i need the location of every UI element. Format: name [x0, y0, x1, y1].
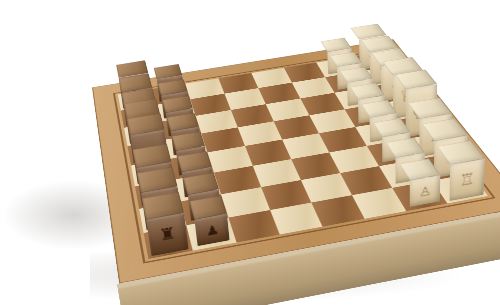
photo-scene: ♜♟♙♖♞♟♙♘♝♟♙♗♛♟♙♕♚♟♙♔♝♟♙♗♞♟♙♘♜♟♙♖ [0, 0, 500, 305]
white-rook-glyph: ♖ [459, 171, 475, 189]
black-rook-glyph: ♜ [158, 225, 177, 244]
black-pawn-glyph: ♟ [205, 223, 220, 238]
camera-tilt-wrapper: ♜♟♙♖♞♟♙♘♝♟♙♗♛♟♙♕♚♟♙♔♝♟♙♗♞♟♙♘♜♟♙♖ [0, 0, 500, 305]
piece-white-pawn[interactable]: ♙ [399, 185, 440, 208]
piece-black-pawn[interactable]: ♟ [193, 222, 230, 246]
piece-white-rook[interactable]: ♖ [436, 176, 483, 201]
white-pawn-glyph: ♙ [419, 184, 432, 199]
chess-board-box: ♜♟♙♖♞♟♙♘♝♟♙♗♛♟♙♕♚♟♙♔♝♟♙♗♞♟♙♘♜♟♙♖ [92, 39, 500, 283]
perspective-wrapper: ♜♟♙♖♞♟♙♘♝♟♙♗♛♟♙♕♚♟♙♔♝♟♙♗♞♟♙♘♜♟♙♖ [0, 0, 500, 305]
